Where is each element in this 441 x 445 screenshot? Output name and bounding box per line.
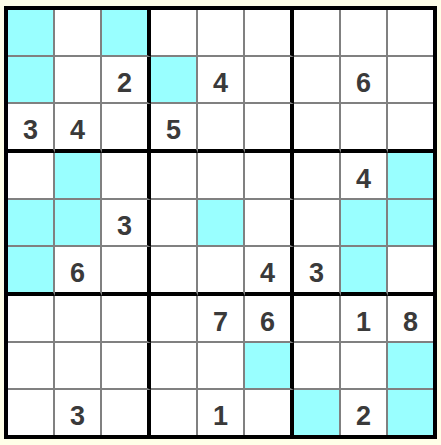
cell-r8c8[interactable] (341, 343, 388, 390)
cell-r6c9[interactable] (388, 247, 433, 296)
cell-r1c2[interactable] (55, 10, 102, 57)
cell-r5c6[interactable] (245, 200, 294, 247)
given-digit: 3 (117, 213, 132, 240)
cell-r3c5[interactable] (198, 104, 245, 153)
cell-r2c6[interactable] (245, 57, 294, 104)
cell-r3c4[interactable]: 5 (151, 104, 198, 153)
cell-r3c2[interactable]: 4 (55, 104, 102, 153)
cell-r1c5[interactable] (198, 10, 245, 57)
cell-r2c9[interactable] (388, 57, 433, 104)
cell-r2c5[interactable]: 4 (198, 57, 245, 104)
cell-r1c4[interactable] (151, 10, 198, 57)
cell-r2c4[interactable] (151, 57, 198, 104)
cell-r7c5[interactable]: 7 (198, 296, 245, 343)
cell-r1c3[interactable] (102, 10, 151, 57)
cell-r9c1[interactable] (8, 390, 55, 435)
page: 246345436437618312 (0, 0, 441, 445)
cell-r4c6[interactable] (245, 153, 294, 200)
cell-r8c1[interactable] (8, 343, 55, 390)
cell-r9c6[interactable] (245, 390, 294, 435)
given-digit: 1 (356, 309, 371, 336)
cell-r8c5[interactable] (198, 343, 245, 390)
cell-r2c7[interactable] (294, 57, 341, 104)
cell-r9c9[interactable] (388, 390, 433, 435)
cell-r4c1[interactable] (8, 153, 55, 200)
cell-r5c9[interactable] (388, 200, 433, 247)
cell-r2c1[interactable] (8, 57, 55, 104)
given-digit: 4 (260, 260, 275, 287)
cell-r6c1[interactable] (8, 247, 55, 296)
cell-r7c4[interactable] (151, 296, 198, 343)
cell-r2c2[interactable] (55, 57, 102, 104)
cell-r2c8[interactable]: 6 (341, 57, 388, 104)
cell-r5c3[interactable]: 3 (102, 200, 151, 247)
cell-r8c3[interactable] (102, 343, 151, 390)
given-digit: 5 (166, 117, 181, 144)
cell-r5c4[interactable] (151, 200, 198, 247)
cell-r1c6[interactable] (245, 10, 294, 57)
given-digit: 2 (117, 70, 132, 97)
given-digit: 4 (70, 117, 85, 144)
given-digit: 3 (309, 260, 324, 287)
cell-r7c8[interactable]: 1 (341, 296, 388, 343)
cell-r9c2[interactable]: 3 (55, 390, 102, 435)
cell-r7c9[interactable]: 8 (388, 296, 433, 343)
cell-r6c4[interactable] (151, 247, 198, 296)
cell-r6c3[interactable] (102, 247, 151, 296)
given-digit: 6 (260, 309, 275, 336)
cell-r4c8[interactable]: 4 (341, 153, 388, 200)
given-digit: 3 (23, 117, 38, 144)
cell-r9c7[interactable] (294, 390, 341, 435)
given-digit: 6 (70, 260, 85, 287)
cell-r4c3[interactable] (102, 153, 151, 200)
cell-r1c7[interactable] (294, 10, 341, 57)
given-digit: 1 (213, 403, 228, 430)
cell-r5c1[interactable] (8, 200, 55, 247)
cell-r4c9[interactable] (388, 153, 433, 200)
cell-r9c3[interactable] (102, 390, 151, 435)
given-digit: 3 (70, 403, 85, 430)
cell-r6c2[interactable]: 6 (55, 247, 102, 296)
cell-r8c4[interactable] (151, 343, 198, 390)
cell-r9c8[interactable]: 2 (341, 390, 388, 435)
cell-r5c5[interactable] (198, 200, 245, 247)
given-digit: 6 (356, 70, 371, 97)
cell-r5c7[interactable] (294, 200, 341, 247)
sudoku-board: 246345436437618312 (4, 6, 437, 439)
cell-r1c9[interactable] (388, 10, 433, 57)
cell-r8c7[interactable] (294, 343, 341, 390)
cell-r4c7[interactable] (294, 153, 341, 200)
cell-r4c4[interactable] (151, 153, 198, 200)
cell-r3c3[interactable] (102, 104, 151, 153)
given-digit: 4 (213, 70, 228, 97)
cell-r7c1[interactable] (8, 296, 55, 343)
given-digit: 7 (213, 309, 228, 336)
cell-r1c1[interactable] (8, 10, 55, 57)
cell-r6c6[interactable]: 4 (245, 247, 294, 296)
cell-r3c7[interactable] (294, 104, 341, 153)
cell-r9c5[interactable]: 1 (198, 390, 245, 435)
cell-r7c3[interactable] (102, 296, 151, 343)
given-digit: 4 (356, 166, 371, 193)
cell-r2c3[interactable]: 2 (102, 57, 151, 104)
cell-r3c9[interactable] (388, 104, 433, 153)
cell-r5c2[interactable] (55, 200, 102, 247)
cell-r5c8[interactable] (341, 200, 388, 247)
cell-r3c1[interactable]: 3 (8, 104, 55, 153)
cell-r8c6[interactable] (245, 343, 294, 390)
cell-r8c9[interactable] (388, 343, 433, 390)
cell-r6c5[interactable] (198, 247, 245, 296)
cell-r7c6[interactable]: 6 (245, 296, 294, 343)
given-digit: 8 (403, 309, 418, 336)
given-digit: 2 (356, 403, 371, 430)
cell-r6c8[interactable] (341, 247, 388, 296)
cell-r9c4[interactable] (151, 390, 198, 435)
cell-r3c8[interactable] (341, 104, 388, 153)
cell-r4c5[interactable] (198, 153, 245, 200)
cell-r7c2[interactable] (55, 296, 102, 343)
cell-r7c7[interactable] (294, 296, 341, 343)
cell-r1c8[interactable] (341, 10, 388, 57)
cell-r3c6[interactable] (245, 104, 294, 153)
cell-r4c2[interactable] (55, 153, 102, 200)
cell-r6c7[interactable]: 3 (294, 247, 341, 296)
cell-r8c2[interactable] (55, 343, 102, 390)
